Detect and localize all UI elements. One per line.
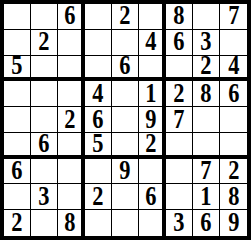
cell-digit: 4 bbox=[92, 81, 103, 107]
cell-r7c7[interactable] bbox=[166, 159, 193, 185]
cell-r2c4[interactable] bbox=[85, 30, 112, 56]
cell-r1c5[interactable]: 2 bbox=[112, 4, 139, 30]
cell-r5c6[interactable]: 9 bbox=[139, 107, 166, 133]
cell-digit: 9 bbox=[228, 210, 239, 236]
cell-r8c4[interactable]: 2 bbox=[85, 184, 112, 210]
cell-digit: 6 bbox=[64, 4, 75, 30]
cell-r5c9[interactable] bbox=[220, 107, 247, 133]
cell-r7c5[interactable]: 9 bbox=[112, 159, 139, 185]
cell-r5c5[interactable] bbox=[112, 107, 139, 133]
cell-r2c7[interactable]: 6 bbox=[166, 30, 193, 56]
cell-r8c2[interactable]: 3 bbox=[31, 184, 58, 210]
cell-r5c4[interactable]: 6 bbox=[85, 107, 112, 133]
cell-digit: 6 bbox=[38, 133, 49, 158]
cell-r8c7[interactable] bbox=[166, 184, 193, 210]
cell-digit: 2 bbox=[38, 30, 49, 56]
cell-digit: 6 bbox=[228, 81, 239, 107]
cell-digit: 3 bbox=[173, 210, 184, 236]
cell-digit: 8 bbox=[228, 184, 239, 210]
cell-r7c3[interactable] bbox=[58, 159, 85, 185]
cell-digit: 6 bbox=[200, 210, 211, 236]
cell-r2c6[interactable]: 4 bbox=[139, 30, 166, 56]
cell-digit: 8 bbox=[64, 210, 75, 236]
cell-digit: 6 bbox=[145, 184, 156, 210]
cell-r2c1[interactable] bbox=[4, 30, 31, 56]
cell-r3c1[interactable]: 5 bbox=[4, 56, 31, 82]
cell-r5c8[interactable] bbox=[193, 107, 220, 133]
cell-digit: 7 bbox=[173, 107, 184, 133]
cell-r4c4[interactable]: 4 bbox=[85, 81, 112, 107]
cell-r2c5[interactable] bbox=[112, 30, 139, 56]
cell-r3c9[interactable]: 4 bbox=[220, 56, 247, 82]
cell-digit: 9 bbox=[119, 159, 130, 185]
cell-r1c8[interactable] bbox=[193, 4, 220, 30]
cell-digit: 2 bbox=[228, 159, 239, 185]
cell-r6c1[interactable] bbox=[4, 133, 31, 159]
cell-r8c1[interactable] bbox=[4, 184, 31, 210]
cell-digit: 6 bbox=[119, 56, 130, 81]
cell-r4c5[interactable] bbox=[112, 81, 139, 107]
cell-r6c8[interactable] bbox=[193, 133, 220, 159]
cell-r3c2[interactable] bbox=[31, 56, 58, 82]
cell-r6c5[interactable] bbox=[112, 133, 139, 159]
cell-r2c2[interactable]: 2 bbox=[31, 30, 58, 56]
cell-r2c3[interactable] bbox=[58, 30, 85, 56]
cell-r8c6[interactable]: 6 bbox=[139, 184, 166, 210]
cell-r9c3[interactable]: 8 bbox=[58, 210, 85, 236]
cell-r1c9[interactable]: 7 bbox=[220, 4, 247, 30]
cell-r7c8[interactable]: 7 bbox=[193, 159, 220, 185]
cell-r5c3[interactable]: 2 bbox=[58, 107, 85, 133]
cell-digit: 5 bbox=[92, 133, 103, 158]
cell-r1c1[interactable] bbox=[4, 4, 31, 30]
cell-digit: 2 bbox=[119, 4, 130, 30]
cell-r6c7[interactable] bbox=[166, 133, 193, 159]
cell-digit: 9 bbox=[145, 107, 156, 133]
cell-r8c8[interactable]: 1 bbox=[193, 184, 220, 210]
cell-digit: 8 bbox=[200, 81, 211, 107]
cell-r3c4[interactable] bbox=[85, 56, 112, 82]
cell-r3c7[interactable] bbox=[166, 56, 193, 82]
cell-r9c5[interactable] bbox=[112, 210, 139, 236]
cell-digit: 4 bbox=[145, 30, 156, 56]
cell-r5c1[interactable] bbox=[4, 107, 31, 133]
cell-r8c9[interactable]: 8 bbox=[220, 184, 247, 210]
cell-digit: 2 bbox=[11, 210, 22, 236]
cell-r7c2[interactable] bbox=[31, 159, 58, 185]
cell-r7c1[interactable]: 6 bbox=[4, 159, 31, 185]
cell-digit: 2 bbox=[92, 184, 103, 210]
cell-r9c4[interactable] bbox=[85, 210, 112, 236]
cell-r6c6[interactable]: 2 bbox=[139, 133, 166, 159]
cell-r9c2[interactable] bbox=[31, 210, 58, 236]
cell-r4c2[interactable] bbox=[31, 81, 58, 107]
cell-r4c8[interactable]: 8 bbox=[193, 81, 220, 107]
cell-r6c2[interactable]: 6 bbox=[31, 133, 58, 159]
cell-r5c2[interactable] bbox=[31, 107, 58, 133]
cell-digit: 6 bbox=[92, 107, 103, 133]
cell-r7c4[interactable] bbox=[85, 159, 112, 185]
cell-r2c8[interactable]: 3 bbox=[193, 30, 220, 56]
cell-digit: 7 bbox=[200, 159, 211, 185]
cell-r8c3[interactable] bbox=[58, 184, 85, 210]
cell-digit: 2 bbox=[64, 107, 75, 133]
cell-r8c5[interactable] bbox=[112, 184, 139, 210]
cell-digit: 3 bbox=[38, 184, 49, 210]
cell-r4c9[interactable]: 6 bbox=[220, 81, 247, 107]
cell-r9c1[interactable]: 2 bbox=[4, 210, 31, 236]
sudoku-board: 62872463562441286269765269723261828369 bbox=[0, 0, 251, 240]
cell-digit: 5 bbox=[11, 56, 22, 81]
cell-digit: 3 bbox=[200, 30, 211, 56]
cell-r4c6[interactable]: 1 bbox=[139, 81, 166, 107]
cell-r3c3[interactable] bbox=[58, 56, 85, 82]
cell-digit: 2 bbox=[145, 133, 156, 158]
cell-r1c6[interactable] bbox=[139, 4, 166, 30]
cell-r4c3[interactable] bbox=[58, 81, 85, 107]
cell-r9c6[interactable] bbox=[139, 210, 166, 236]
cell-r3c5[interactable]: 6 bbox=[112, 56, 139, 82]
cell-r2c9[interactable] bbox=[220, 30, 247, 56]
cell-r1c3[interactable]: 6 bbox=[58, 4, 85, 30]
cell-r7c9[interactable]: 2 bbox=[220, 159, 247, 185]
cell-r6c4[interactable]: 5 bbox=[85, 133, 112, 159]
cell-r7c6[interactable] bbox=[139, 159, 166, 185]
cell-digit: 7 bbox=[228, 4, 239, 30]
cell-r9c7[interactable]: 3 bbox=[166, 210, 193, 236]
cell-digit: 2 bbox=[200, 56, 211, 81]
cell-r3c8[interactable]: 2 bbox=[193, 56, 220, 82]
cell-digit: 6 bbox=[11, 159, 22, 185]
cell-digit: 8 bbox=[173, 4, 184, 30]
cell-r1c7[interactable]: 8 bbox=[166, 4, 193, 30]
cell-digit: 1 bbox=[200, 184, 211, 210]
cell-digit: 1 bbox=[145, 81, 156, 107]
cell-digit: 4 bbox=[228, 56, 239, 81]
cell-r1c2[interactable] bbox=[31, 4, 58, 30]
cell-r1c4[interactable] bbox=[85, 4, 112, 30]
cell-r4c1[interactable] bbox=[4, 81, 31, 107]
cell-r4c7[interactable]: 2 bbox=[166, 81, 193, 107]
cell-r9c9[interactable]: 9 bbox=[220, 210, 247, 236]
cell-r6c3[interactable] bbox=[58, 133, 85, 159]
cell-r9c8[interactable]: 6 bbox=[193, 210, 220, 236]
cell-r6c9[interactable] bbox=[220, 133, 247, 159]
cell-r3c6[interactable] bbox=[139, 56, 166, 82]
cell-digit: 2 bbox=[173, 81, 184, 107]
cell-digit: 6 bbox=[173, 30, 184, 56]
cell-r5c7[interactable]: 7 bbox=[166, 107, 193, 133]
